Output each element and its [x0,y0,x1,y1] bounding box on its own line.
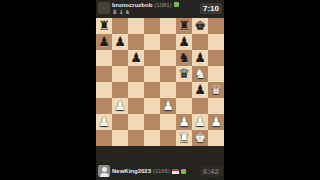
player-badge-icon [181,169,186,174]
square-b6[interactable] [112,50,128,66]
white-knight-piece: ♞ [194,66,206,82]
opponent-bar: brunocruzbob (1081) ♜ ♝ ♞ 7:10 [96,0,224,16]
captured-bishop-icon: ♝ [118,9,123,15]
black-pawn-piece: ♟ [178,34,190,50]
square-a3[interactable] [96,98,112,114]
player-rating: (1166) [153,168,170,174]
square-c4[interactable] [128,82,144,98]
square-g4[interactable]: ♟ [192,82,208,98]
square-a7[interactable]: ♟ [96,34,112,50]
player-bar: NewKing2023 (1166) 6:42 [96,162,224,180]
opponent-avatar[interactable] [98,2,110,14]
square-a5[interactable] [96,66,112,82]
square-h1[interactable] [208,130,224,146]
square-e3[interactable]: ♟ [160,98,176,114]
square-b1[interactable] [112,130,128,146]
square-c2[interactable] [128,114,144,130]
left-letterbox [0,0,96,180]
square-g6[interactable]: ♟ [192,50,208,66]
square-b3[interactable]: ♟ [112,98,128,114]
black-pawn-piece: ♟ [130,50,142,66]
square-h5[interactable] [208,66,224,82]
square-h3[interactable] [208,98,224,114]
square-d4[interactable] [144,82,160,98]
square-d6[interactable] [144,50,160,66]
square-c1[interactable] [128,130,144,146]
square-h2[interactable]: ♟ [208,114,224,130]
square-e5[interactable] [160,66,176,82]
white-pawn-piece: ♟ [162,98,174,114]
captured-rook-icon: ♜ [112,9,117,15]
square-d7[interactable] [144,34,160,50]
square-e6[interactable] [160,50,176,66]
square-h7[interactable] [208,34,224,50]
square-g8[interactable]: ♚ [192,18,208,34]
square-f6[interactable]: ♞ [176,50,192,66]
square-b4[interactable] [112,82,128,98]
white-rook-piece: ♜ [178,130,190,146]
captured-knight-icon: ♞ [125,9,130,15]
square-c5[interactable] [128,66,144,82]
square-d1[interactable] [144,130,160,146]
square-g5[interactable]: ♞ [192,66,208,82]
black-queen-piece: ♛ [178,66,190,82]
black-pawn-piece: ♟ [114,34,126,50]
chess-app-screen: brunocruzbob (1081) ♜ ♝ ♞ 7:10 ♜♜♚♟♟♟♟♞♟… [96,0,224,180]
square-f1[interactable]: ♜ [176,130,192,146]
white-pawn-piece: ♟ [114,98,126,114]
player-flag-icon [172,169,179,174]
square-c6[interactable]: ♟ [128,50,144,66]
opponent-clock: 7:10 [200,3,222,14]
square-f3[interactable] [176,98,192,114]
black-rook-piece: ♜ [98,18,110,34]
square-a8[interactable]: ♜ [96,18,112,34]
captured-pieces-tray: ♜ ♝ ♞ [112,9,198,15]
square-e8[interactable] [160,18,176,34]
square-f5[interactable]: ♛ [176,66,192,82]
square-a2[interactable]: ♟ [96,114,112,130]
square-a4[interactable] [96,82,112,98]
video-frame: brunocruzbob (1081) ♜ ♝ ♞ 7:10 ♜♜♚♟♟♟♟♞♟… [0,0,320,180]
square-g7[interactable] [192,34,208,50]
right-letterbox [224,0,320,180]
player-name[interactable]: NewKing2023 [112,168,151,174]
square-b7[interactable]: ♟ [112,34,128,50]
square-c8[interactable] [128,18,144,34]
black-pawn-piece: ♟ [98,34,110,50]
white-pawn-piece: ♟ [178,114,190,130]
square-g1[interactable]: ♚ [192,130,208,146]
square-f7[interactable]: ♟ [176,34,192,50]
square-f8[interactable]: ♜ [176,18,192,34]
chess-board[interactable]: ♜♜♚♟♟♟♟♞♟♛♞♟♛♟♟♟♟♟♟♜♚ [96,18,224,146]
white-pawn-piece: ♟ [210,114,222,130]
square-c3[interactable] [128,98,144,114]
square-a6[interactable] [96,50,112,66]
white-pawn-piece: ♟ [194,114,206,130]
square-b5[interactable] [112,66,128,82]
opponent-rating: (1081) [154,2,171,8]
square-e2[interactable] [160,114,176,130]
white-king-piece: ♚ [194,130,206,146]
opponent-name[interactable]: brunocruzbob [112,2,152,8]
square-b8[interactable] [112,18,128,34]
square-d2[interactable] [144,114,160,130]
square-h6[interactable] [208,50,224,66]
square-f4[interactable] [176,82,192,98]
white-queen-piece: ♛ [210,82,222,98]
square-g3[interactable] [192,98,208,114]
square-g2[interactable]: ♟ [192,114,208,130]
square-a1[interactable] [96,130,112,146]
square-d8[interactable] [144,18,160,34]
player-avatar[interactable] [98,165,110,177]
square-e1[interactable] [160,130,176,146]
square-e7[interactable] [160,34,176,50]
black-knight-piece: ♞ [178,50,190,66]
square-f2[interactable]: ♟ [176,114,192,130]
black-pawn-piece: ♟ [194,50,206,66]
square-b2[interactable] [112,114,128,130]
square-c7[interactable] [128,34,144,50]
square-d5[interactable] [144,66,160,82]
square-h4[interactable]: ♛ [208,82,224,98]
square-d3[interactable] [144,98,160,114]
player-clock: 6:42 [200,166,222,177]
black-pawn-piece: ♟ [194,82,206,98]
white-pawn-piece: ♟ [98,114,110,130]
black-king-piece: ♚ [194,18,206,34]
square-e4[interactable] [160,82,176,98]
black-rook-piece: ♜ [178,18,190,34]
square-h8[interactable] [208,18,224,34]
opponent-badge-icon [174,2,179,7]
